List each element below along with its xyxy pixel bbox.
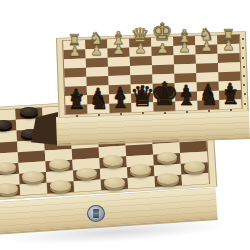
chess-piece-white-bishop: ♝ — [176, 27, 192, 45]
rank-coordinate-mark — [242, 47, 244, 49]
rank-coordinate-mark — [243, 75, 245, 77]
rank-coordinate-mark — [244, 93, 246, 95]
chess-pieces-layer: ♜♞♝♛♚♝♞♜♟♟♟♟♟♟♟♟♟♟♟♟♟♟♟♟♜♞♝♛♚♝♞♜ — [0, 0, 250, 250]
chess-piece-white-rook: ♜ — [68, 34, 81, 49]
chess-piece-black-pawn: ♟ — [135, 85, 150, 102]
chess-piece-black-pawn: ♟ — [113, 86, 128, 103]
product-photo: ♜♞♝♛♚♝♞♜♟♟♟♟♟♟♟♟♟♟♟♟♟♟♟♟♜♞♝♛♚♝♞♜ — [0, 0, 250, 250]
chess-piece-black-pawn: ♟ — [69, 87, 84, 104]
chess-piece-black-rook: ♜ — [68, 93, 86, 113]
file-coordinate-mark — [164, 112, 166, 114]
rank-coordinate-mark — [242, 57, 244, 59]
file-coordinate-mark — [186, 111, 188, 113]
chess-piece-black-rook: ♜ — [222, 88, 240, 108]
chess-piece-white-pawn: ♟ — [113, 43, 125, 57]
chess-piece-white-pawn: ♟ — [223, 39, 235, 53]
chess-piece-white-queen: ♛ — [131, 25, 150, 46]
chess-piece-black-queen: ♛ — [130, 82, 155, 110]
chess-piece-black-bishop: ♝ — [110, 88, 131, 112]
rank-coordinate-mark — [244, 103, 246, 105]
file-coordinate-mark — [142, 112, 144, 114]
chess-piece-black-knight: ♞ — [199, 86, 219, 108]
chess-piece-white-king: ♚ — [152, 21, 173, 45]
chess-piece-black-pawn: ♟ — [157, 84, 172, 101]
chess-piece-white-rook: ♜ — [222, 28, 235, 43]
chess-piece-black-pawn: ♟ — [91, 86, 106, 103]
file-coordinate-mark — [98, 114, 100, 116]
chess-piece-black-pawn: ♟ — [201, 83, 216, 100]
file-coordinate-mark — [76, 115, 78, 117]
rank-coordinate-mark — [243, 84, 245, 86]
chess-piece-white-pawn: ♟ — [179, 40, 191, 54]
chess-piece-black-bishop: ♝ — [176, 86, 197, 110]
chess-piece-white-pawn: ♟ — [91, 43, 103, 57]
chess-piece-black-pawn: ♟ — [179, 83, 194, 100]
chess-piece-white-knight: ♞ — [199, 27, 214, 44]
chess-piece-white-knight: ♞ — [89, 31, 104, 48]
chess-piece-white-pawn: ♟ — [135, 42, 147, 56]
file-coordinate-mark — [208, 110, 210, 112]
rank-coordinate-mark — [242, 38, 244, 40]
chess-piece-white-bishop: ♝ — [110, 29, 126, 47]
chess-piece-black-pawn: ♟ — [223, 82, 238, 99]
chess-piece-black-king: ♚ — [150, 78, 179, 110]
file-coordinate-mark — [120, 113, 122, 115]
file-coordinate-mark — [230, 109, 232, 111]
chess-piece-white-pawn: ♟ — [157, 41, 169, 55]
chess-piece-black-knight: ♞ — [89, 90, 109, 112]
chess-piece-white-pawn: ♟ — [201, 40, 213, 54]
chess-half: ♜♞♝♛♚♝♞♜♟♟♟♟♟♟♟♟♟♟♟♟♟♟♟♟♜♞♝♛♚♝♞♜ — [0, 0, 250, 250]
rank-coordinate-mark — [243, 66, 245, 68]
chess-piece-white-pawn: ♟ — [69, 44, 81, 58]
